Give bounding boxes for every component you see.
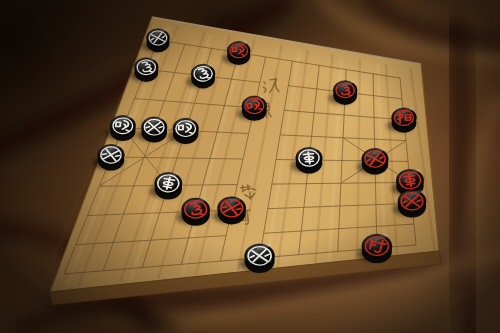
xiangqi-board [0,0,500,333]
piece-black-soldier [93,143,125,170]
xiangqi-photo-scene [0,0,500,333]
